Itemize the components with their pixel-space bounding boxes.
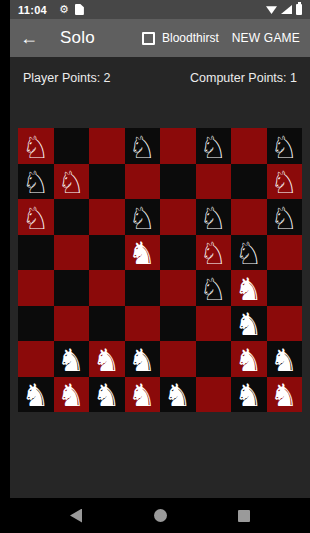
board-square[interactable]: ♘ [125, 128, 161, 164]
board-square[interactable]: ♘ [267, 128, 303, 164]
home-circle-icon[interactable] [154, 509, 167, 522]
gear-icon: ⚙ [59, 4, 69, 15]
status-icons [266, 4, 302, 15]
android-nav-bar [10, 498, 310, 533]
board-square[interactable]: ♞ [89, 377, 125, 413]
board-square[interactable]: ♘ [125, 199, 161, 235]
computer-knight: ♘ [57, 165, 85, 199]
board-square[interactable]: ♘ [18, 128, 54, 164]
board-square[interactable] [125, 270, 161, 306]
board-square[interactable]: ♞ [160, 377, 196, 413]
board-square[interactable]: ♞ [125, 341, 161, 377]
board-square[interactable]: ♘ [196, 128, 232, 164]
player-knight: ♞ [128, 236, 156, 270]
board-square[interactable] [160, 270, 196, 306]
player-knight: ♞ [164, 378, 192, 412]
board-square[interactable]: ♘ [196, 270, 232, 306]
computer-knight: ♘ [128, 201, 156, 235]
board-square[interactable] [125, 164, 161, 200]
computer-points: Computer Points: 1 [190, 71, 297, 85]
status-bar: 11:04 ⚙ [10, 0, 310, 19]
player-knight: ♞ [235, 378, 263, 412]
player-knight: ♞ [93, 343, 121, 377]
app-bar: ← Solo Bloodthirst NEW GAME [10, 19, 310, 57]
board-square[interactable] [89, 128, 125, 164]
board-square[interactable]: ♞ [267, 377, 303, 413]
board-square[interactable] [89, 235, 125, 271]
board-square[interactable] [231, 164, 267, 200]
board-square[interactable]: ♘ [231, 235, 267, 271]
computer-knight: ♘ [128, 130, 156, 164]
board-square[interactable] [160, 199, 196, 235]
computer-knight: ♘ [199, 201, 227, 235]
board-square[interactable] [196, 341, 232, 377]
bloodthirst-label[interactable]: Bloodthirst [162, 31, 219, 45]
board-square[interactable]: ♞ [54, 341, 90, 377]
sim-card-icon [75, 4, 84, 15]
player-knight: ♞ [128, 378, 156, 412]
bloodthirst-checkbox[interactable] [142, 32, 155, 45]
board-square[interactable] [54, 235, 90, 271]
player-knight: ♞ [270, 378, 298, 412]
player-knight: ♞ [235, 343, 263, 377]
board-square[interactable]: ♞ [18, 377, 54, 413]
battery-icon [296, 4, 302, 15]
board-square[interactable] [18, 235, 54, 271]
computer-knight: ♘ [22, 130, 50, 164]
board-square[interactable]: ♞ [231, 341, 267, 377]
board-square[interactable] [89, 164, 125, 200]
player-knight: ♞ [235, 272, 263, 306]
board-square[interactable]: ♘ [196, 199, 232, 235]
computer-knight: ♘ [22, 165, 50, 199]
player-knight: ♞ [22, 378, 50, 412]
board-square[interactable]: ♞ [125, 235, 161, 271]
player-knight: ♞ [235, 307, 263, 341]
board-square[interactable] [160, 128, 196, 164]
player-knight: ♞ [128, 343, 156, 377]
board-square[interactable]: ♘ [18, 199, 54, 235]
board-square[interactable] [89, 270, 125, 306]
board-square[interactable] [18, 306, 54, 342]
computer-knight: ♘ [270, 130, 298, 164]
board-square[interactable] [54, 306, 90, 342]
player-knight: ♞ [93, 378, 121, 412]
board-square[interactable]: ♞ [54, 377, 90, 413]
back-button[interactable]: ← [20, 28, 46, 49]
computer-knight: ♘ [270, 201, 298, 235]
board-square[interactable]: ♘ [54, 164, 90, 200]
board-square[interactable] [54, 128, 90, 164]
computer-knight: ♘ [199, 272, 227, 306]
computer-knight: ♘ [270, 165, 298, 199]
board-square[interactable]: ♞ [231, 306, 267, 342]
computer-knight: ♘ [199, 236, 227, 270]
board-square[interactable] [267, 306, 303, 342]
board-square[interactable]: ♘ [267, 199, 303, 235]
board-square[interactable] [18, 270, 54, 306]
board-square[interactable] [18, 341, 54, 377]
computer-knight: ♘ [235, 236, 263, 270]
page-title: Solo [60, 28, 95, 48]
scoreboard: Player Points: 2 Computer Points: 1 [10, 69, 310, 86]
computer-knight: ♘ [22, 201, 50, 235]
board-square[interactable]: ♞ [267, 341, 303, 377]
signal-icon [281, 5, 292, 14]
board-square[interactable] [196, 306, 232, 342]
board-square[interactable]: ♘ [196, 235, 232, 271]
board-square[interactable] [267, 235, 303, 271]
board-square[interactable] [160, 341, 196, 377]
new-game-button[interactable]: NEW GAME [232, 31, 300, 45]
board-square[interactable] [125, 306, 161, 342]
board-square[interactable]: ♞ [231, 377, 267, 413]
board-square[interactable] [231, 128, 267, 164]
player-points: Player Points: 2 [23, 71, 111, 85]
board-square[interactable]: ♘ [18, 164, 54, 200]
board-square[interactable] [196, 377, 232, 413]
board-square[interactable] [160, 164, 196, 200]
board-square[interactable] [54, 199, 90, 235]
wifi-icon [266, 5, 277, 14]
recents-square-icon[interactable] [238, 510, 250, 522]
board-square[interactable] [196, 164, 232, 200]
computer-knight: ♘ [199, 130, 227, 164]
board-square[interactable]: ♘ [267, 164, 303, 200]
board-square[interactable] [160, 306, 196, 342]
board-square[interactable]: ♞ [125, 377, 161, 413]
board-square[interactable] [267, 270, 303, 306]
player-knight: ♞ [270, 343, 298, 377]
board-square[interactable]: ♞ [231, 270, 267, 306]
game-board: ♘♘♘♘♘♘♘♘♘♘♘♞♘♘♘♞♞♞♞♞♞♞♞♞♞♞♞♞♞ [18, 128, 302, 412]
player-knight: ♞ [57, 343, 85, 377]
board-square[interactable] [231, 199, 267, 235]
board-square[interactable] [54, 270, 90, 306]
player-knight: ♞ [57, 378, 85, 412]
board-square[interactable]: ♞ [89, 341, 125, 377]
board-square[interactable] [160, 235, 196, 271]
back-triangle-icon[interactable] [70, 509, 82, 523]
app-screen: 11:04 ⚙ ← Solo Bloodthirst NEW GAME Play… [10, 0, 310, 533]
board-square[interactable] [89, 306, 125, 342]
board-square[interactable] [89, 199, 125, 235]
clock: 11:04 [18, 4, 47, 16]
